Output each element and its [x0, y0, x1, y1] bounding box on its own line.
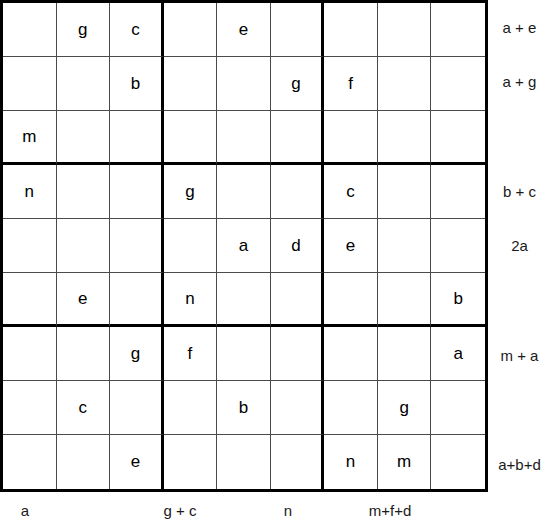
- cell-r1c2[interactable]: g: [57, 3, 111, 57]
- cell-r7c4[interactable]: f: [164, 327, 218, 381]
- cell-r7c6[interactable]: [271, 327, 325, 381]
- row-clue-1: a + e: [490, 0, 549, 55]
- cell-r2c9[interactable]: [431, 57, 485, 111]
- cell-r4c8[interactable]: [378, 165, 432, 219]
- cell-r2c1[interactable]: [3, 57, 57, 111]
- cell-r3c3[interactable]: [110, 111, 164, 165]
- cell-r2c4[interactable]: [164, 57, 218, 111]
- cell-r9c5[interactable]: [217, 435, 271, 489]
- cell-r1c9[interactable]: [431, 3, 485, 57]
- cell-r2c2[interactable]: [57, 57, 111, 111]
- cell-r6c2[interactable]: e: [57, 273, 111, 327]
- cell-r6c9[interactable]: b: [431, 273, 485, 327]
- cell-r4c9[interactable]: [431, 165, 485, 219]
- cell-r5c2[interactable]: [57, 219, 111, 273]
- cell-r2c5[interactable]: [217, 57, 271, 111]
- cell-r4c2[interactable]: [57, 165, 111, 219]
- cell-r1c4[interactable]: [164, 3, 218, 57]
- cell-r8c4[interactable]: [164, 381, 218, 435]
- cell-r4c1[interactable]: n: [3, 165, 57, 219]
- cell-r9c7[interactable]: n: [324, 435, 378, 489]
- cell-r6c3[interactable]: [110, 273, 164, 327]
- cell-r2c6[interactable]: g: [271, 57, 325, 111]
- cell-r6c4[interactable]: n: [164, 273, 218, 327]
- cell-r6c8[interactable]: [378, 273, 432, 327]
- column-clue-1: a: [21, 502, 29, 519]
- cell-r7c5[interactable]: [217, 327, 271, 381]
- cell-r1c5[interactable]: e: [217, 3, 271, 57]
- cell-r6c1[interactable]: [3, 273, 57, 327]
- column-clues: ag + cnm+f+d: [0, 492, 488, 530]
- cell-r1c3[interactable]: c: [110, 3, 164, 57]
- cell-r9c6[interactable]: [271, 435, 325, 489]
- cell-r8c2[interactable]: c: [57, 381, 111, 435]
- cell-r5c3[interactable]: [110, 219, 164, 273]
- cell-r6c5[interactable]: [217, 273, 271, 327]
- cell-r2c7[interactable]: f: [324, 57, 378, 111]
- cell-r3c2[interactable]: [57, 111, 111, 165]
- cell-r4c5[interactable]: [217, 165, 271, 219]
- cell-r5c9[interactable]: [431, 219, 485, 273]
- puzzle-page: gcebgfmngcadeenbgfacbgenm a + ea + gb + …: [0, 0, 549, 530]
- cell-r7c1[interactable]: [3, 327, 57, 381]
- cell-r3c4[interactable]: [164, 111, 218, 165]
- row-clue-5: 2a: [490, 219, 549, 274]
- cell-r8c7[interactable]: [324, 381, 378, 435]
- row-clue-8: [490, 383, 549, 438]
- cell-r7c2[interactable]: [57, 327, 111, 381]
- cell-r5c6[interactable]: d: [271, 219, 325, 273]
- cell-r1c1[interactable]: [3, 3, 57, 57]
- cell-r8c3[interactable]: [110, 381, 164, 435]
- sudoku-board: gcebgfmngcadeenbgfacbgenm: [0, 0, 488, 492]
- cell-r4c6[interactable]: [271, 165, 325, 219]
- cell-r7c8[interactable]: [378, 327, 432, 381]
- cell-r8c8[interactable]: g: [378, 381, 432, 435]
- cell-r1c7[interactable]: [324, 3, 378, 57]
- cell-r4c4[interactable]: g: [164, 165, 218, 219]
- cell-r3c6[interactable]: [271, 111, 325, 165]
- cell-r5c5[interactable]: a: [217, 219, 271, 273]
- cell-r3c9[interactable]: [431, 111, 485, 165]
- cell-r8c5[interactable]: b: [217, 381, 271, 435]
- cell-r5c1[interactable]: [3, 219, 57, 273]
- cell-r8c6[interactable]: [271, 381, 325, 435]
- row-clue-4: b + c: [490, 164, 549, 219]
- cell-r8c9[interactable]: [431, 381, 485, 435]
- row-clues: a + ea + gb + c2am + aa+b+d: [490, 0, 549, 492]
- row-clue-9: a+b+d: [490, 437, 549, 492]
- cell-r1c6[interactable]: [271, 3, 325, 57]
- cell-r9c3[interactable]: e: [110, 435, 164, 489]
- row-clue-7: m + a: [490, 328, 549, 383]
- cell-r5c7[interactable]: e: [324, 219, 378, 273]
- cell-r6c6[interactable]: [271, 273, 325, 327]
- cell-r2c3[interactable]: b: [110, 57, 164, 111]
- cell-r8c1[interactable]: [3, 381, 57, 435]
- cell-r9c2[interactable]: [57, 435, 111, 489]
- column-clue-3: n: [284, 502, 292, 519]
- row-clue-2: a + g: [490, 55, 549, 110]
- cell-r9c4[interactable]: [164, 435, 218, 489]
- column-clue-4: m+f+d: [369, 502, 412, 519]
- cell-r7c3[interactable]: g: [110, 327, 164, 381]
- cell-r9c9[interactable]: [431, 435, 485, 489]
- row-clue-6: [490, 273, 549, 328]
- cell-r9c1[interactable]: [3, 435, 57, 489]
- cell-r2c8[interactable]: [378, 57, 432, 111]
- cell-r3c5[interactable]: [217, 111, 271, 165]
- cell-r7c7[interactable]: [324, 327, 378, 381]
- cell-r3c7[interactable]: [324, 111, 378, 165]
- cell-r9c8[interactable]: m: [378, 435, 432, 489]
- cell-r3c1[interactable]: m: [3, 111, 57, 165]
- cell-r7c9[interactable]: a: [431, 327, 485, 381]
- cell-r1c8[interactable]: [378, 3, 432, 57]
- cell-r4c7[interactable]: c: [324, 165, 378, 219]
- cell-r3c8[interactable]: [378, 111, 432, 165]
- cell-r4c3[interactable]: [110, 165, 164, 219]
- row-clue-3: [490, 109, 549, 164]
- cell-r6c7[interactable]: [324, 273, 378, 327]
- cell-r5c4[interactable]: [164, 219, 218, 273]
- column-clue-2: g + c: [164, 502, 197, 519]
- cell-r5c8[interactable]: [378, 219, 432, 273]
